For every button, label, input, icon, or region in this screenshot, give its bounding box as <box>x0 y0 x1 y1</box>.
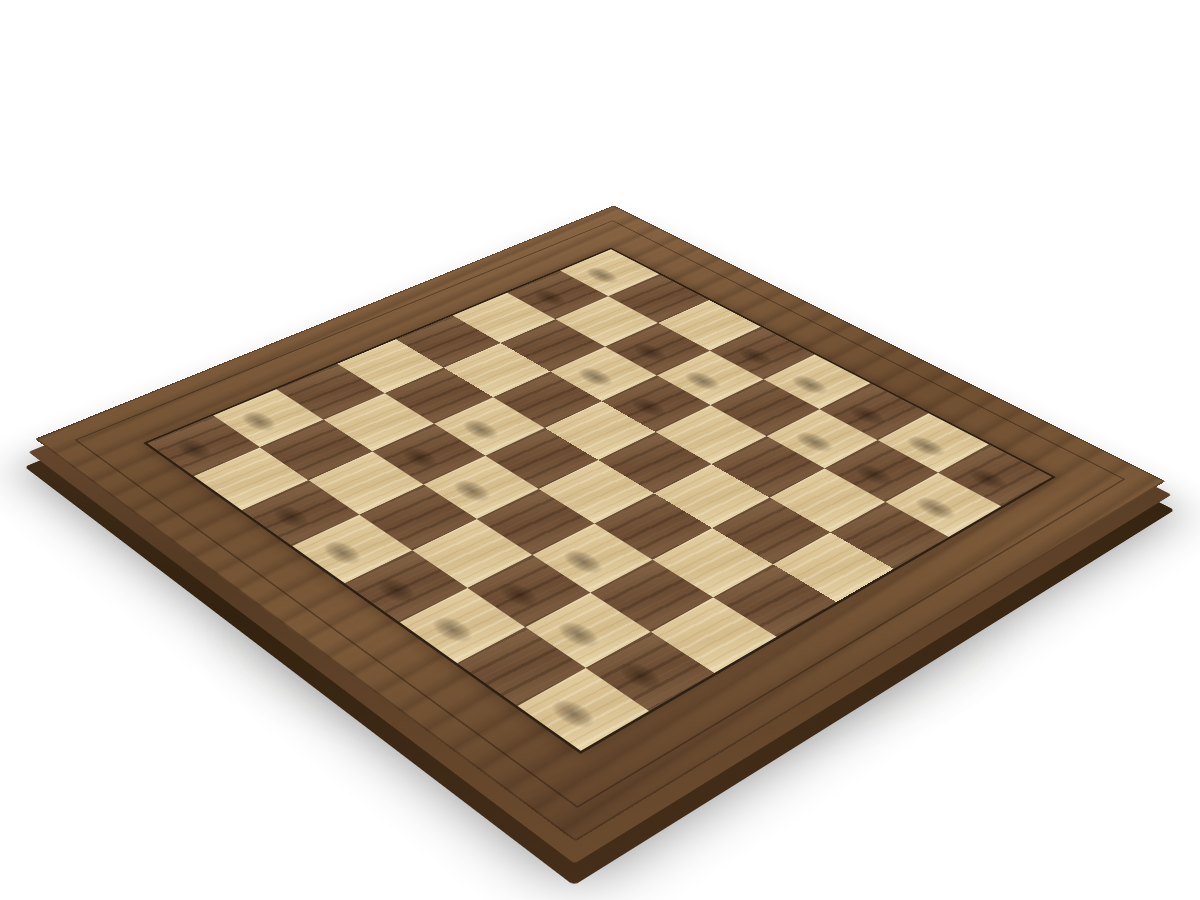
white-king[interactable]: ♚ <box>703 362 778 364</box>
square-h2[interactable]: ♟ <box>507 271 608 320</box>
white-king-icon: ♚ <box>694 262 791 364</box>
black-rook-icon: ♜ <box>513 637 598 726</box>
white-pawn[interactable]: ♟ <box>597 358 672 360</box>
square-g4[interactable] <box>444 343 551 397</box>
square-d3[interactable] <box>656 405 767 464</box>
square-h4[interactable] <box>396 316 500 368</box>
white-bishop-icon: ♝ <box>813 339 894 424</box>
square-d2[interactable] <box>711 379 820 436</box>
piece-contact-shadow <box>722 340 787 373</box>
square-d1[interactable]: ♛ <box>764 355 871 410</box>
white-bishop[interactable]: ♝ <box>649 387 725 389</box>
piece-contact-shadow <box>615 389 681 424</box>
white-rook[interactable]: ♜ <box>552 281 623 283</box>
black-pawn-icon: ♟ <box>437 381 492 439</box>
square-g3[interactable] <box>500 319 605 371</box>
black-bishop-icon: ♝ <box>388 543 481 641</box>
piece-contact-shadow <box>776 368 842 402</box>
black-rook-icon: ♜ <box>140 382 212 458</box>
white-queen-icon: ♛ <box>752 299 842 394</box>
white-pawn-icon: ♟ <box>832 425 888 484</box>
board-field: ♜♚♛♝♞♜♟♟♝♟♟♟♞♟♟♞♟♞♟♟♟♟♜♝♚♛♝♜ <box>143 248 1056 754</box>
white-bishop-icon: ♝ <box>649 306 728 389</box>
black-knight-icon: ♞ <box>524 482 609 572</box>
black-pawn-icon: ♟ <box>591 620 655 687</box>
white-queen[interactable]: ♛ <box>757 391 833 393</box>
black-pawn-icon: ♟ <box>427 440 484 500</box>
white-pawn[interactable]: ♟ <box>594 413 672 415</box>
square-g1[interactable] <box>608 274 709 323</box>
white-pawn-icon: ♟ <box>607 359 661 416</box>
piece-contact-shadow <box>572 261 632 290</box>
white-pawn-icon: ♟ <box>773 393 828 451</box>
square-f2[interactable]: ♟ <box>605 323 710 375</box>
square-g2[interactable] <box>555 296 658 346</box>
white-pawn[interactable]: ♟ <box>499 303 571 305</box>
white-pawn-icon: ♟ <box>511 252 561 305</box>
perspective-scene: ♜♚♛♝♞♜♟♟♝♟♟♟♞♟♟♞♟♞♟♟♟♟♜♝♚♛♝♜ <box>0 0 1200 900</box>
square-f1[interactable] <box>658 300 761 351</box>
white-knight-icon: ♞ <box>543 306 618 386</box>
square-f4[interactable] <box>493 372 602 428</box>
square-f3[interactable]: ♞ <box>550 347 657 401</box>
white-rook-icon: ♜ <box>557 215 621 282</box>
square-e3[interactable]: ♟ <box>602 375 711 432</box>
square-e4[interactable] <box>545 401 656 460</box>
piece-contact-shadow <box>618 336 682 369</box>
square-h1[interactable]: ♜ <box>560 249 659 296</box>
white-pawn-icon: ♟ <box>610 305 662 360</box>
black-pawn-icon: ♟ <box>215 372 270 430</box>
piece-contact-shadow <box>519 282 580 312</box>
white-pawn[interactable]: ♟ <box>760 449 839 451</box>
photo-stage: ♜♚♛♝♞♜♟♟♝♟♟♟♞♟♟♞♟♞♟♟♟♟♜♝♚♛♝♜ <box>0 0 1200 900</box>
white-knight[interactable]: ♞ <box>542 383 618 385</box>
square-e1[interactable]: ♚ <box>710 327 815 380</box>
white-pawn-icon: ♟ <box>893 457 950 517</box>
piece-contact-shadow <box>563 360 628 394</box>
square-h3[interactable] <box>453 293 556 343</box>
chess-board: ♜♚♛♝♞♜♟♟♝♟♟♟♞♟♟♞♟♞♟♟♟♟♜♝♚♛♝♜ <box>35 205 1165 841</box>
piece-contact-shadow <box>670 364 735 398</box>
square-e2[interactable]: ♝ <box>657 351 764 406</box>
